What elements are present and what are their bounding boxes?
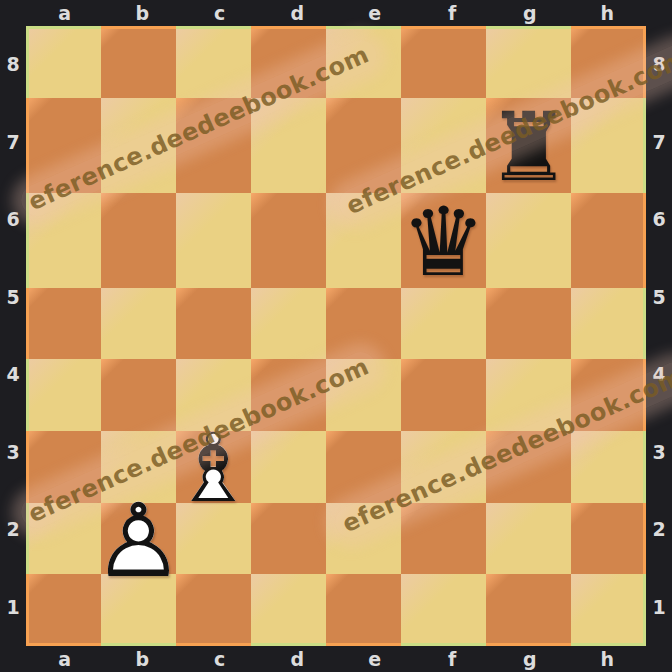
square-h5 — [571, 288, 646, 360]
file-label: e — [336, 646, 414, 672]
file-label: b — [104, 646, 182, 672]
square-g2 — [486, 503, 571, 575]
square-h6 — [571, 193, 646, 288]
square-h7 — [571, 98, 646, 193]
square-c1 — [176, 574, 251, 646]
square-d7 — [251, 98, 326, 193]
square-a6 — [26, 193, 101, 288]
square-g1 — [486, 574, 571, 646]
white-bishop-c3: ♝♗ — [176, 433, 251, 505]
square-d4 — [251, 359, 326, 431]
square-d8 — [251, 26, 326, 98]
white-pawn-b2: ♟♙ — [101, 505, 176, 577]
square-b7 — [101, 98, 176, 193]
chessboard-diagram: a b c d e f g h 8 7 6 5 4 3 2 1 8 7 6 5 … — [0, 0, 672, 672]
file-label: h — [569, 0, 647, 26]
file-label: c — [181, 0, 259, 26]
file-label: a — [26, 0, 104, 26]
square-a1 — [26, 574, 101, 646]
square-h1 — [571, 574, 646, 646]
square-e6 — [326, 193, 401, 288]
square-h2 — [571, 503, 646, 575]
file-label: d — [259, 0, 337, 26]
rank-label: 5 — [0, 259, 26, 337]
square-f1 — [401, 574, 486, 646]
black-queen-f6: ♛ — [401, 195, 486, 290]
square-e8 — [326, 26, 401, 98]
file-label: g — [491, 646, 569, 672]
square-h4 — [571, 359, 646, 431]
square-b2: ♟♙ — [101, 503, 176, 575]
square-g7: ♜ — [486, 98, 571, 193]
file-label: f — [414, 0, 492, 26]
file-labels-bottom: a b c d e f g h — [26, 646, 646, 672]
rank-labels-right: 8 7 6 5 4 3 2 1 — [646, 26, 672, 646]
file-label: b — [104, 0, 182, 26]
rank-label: 1 — [646, 569, 672, 647]
rank-label: 6 — [646, 181, 672, 259]
square-f5 — [401, 288, 486, 360]
file-labels-top: a b c d e f g h — [26, 0, 646, 26]
square-c5 — [176, 288, 251, 360]
square-g4 — [486, 359, 571, 431]
file-label: g — [491, 0, 569, 26]
square-e7 — [326, 98, 401, 193]
square-d6 — [251, 193, 326, 288]
square-h3 — [571, 431, 646, 503]
square-e4 — [326, 359, 401, 431]
square-g3 — [486, 431, 571, 503]
square-f8 — [401, 26, 486, 98]
square-b4 — [101, 359, 176, 431]
file-label: e — [336, 0, 414, 26]
file-label: f — [414, 646, 492, 672]
rank-label: 4 — [0, 336, 26, 414]
rank-label: 5 — [646, 259, 672, 337]
black-rook-g7: ♜ — [486, 100, 571, 195]
square-a7 — [26, 98, 101, 193]
square-c7 — [176, 98, 251, 193]
rank-label: 6 — [0, 181, 26, 259]
piece-glyph-outline: ♗ — [176, 433, 251, 505]
square-b5 — [101, 288, 176, 360]
square-a4 — [26, 359, 101, 431]
square-d5 — [251, 288, 326, 360]
rank-label: 8 — [646, 26, 672, 104]
square-d1 — [251, 574, 326, 646]
square-e2 — [326, 503, 401, 575]
square-d3 — [251, 431, 326, 503]
square-f2 — [401, 503, 486, 575]
file-label: a — [26, 646, 104, 672]
square-e1 — [326, 574, 401, 646]
rank-label: 3 — [0, 414, 26, 492]
rank-label: 1 — [0, 569, 26, 647]
square-e5 — [326, 288, 401, 360]
board: ♜♛♝♗♟♙ — [26, 26, 646, 646]
file-label: d — [259, 646, 337, 672]
square-c8 — [176, 26, 251, 98]
square-f6: ♛ — [401, 193, 486, 288]
square-b8 — [101, 26, 176, 98]
square-g5 — [486, 288, 571, 360]
square-f7 — [401, 98, 486, 193]
square-f3 — [401, 431, 486, 503]
rank-label: 7 — [646, 104, 672, 182]
square-a3 — [26, 431, 101, 503]
file-label: c — [181, 646, 259, 672]
piece-glyph-outline: ♙ — [101, 505, 176, 577]
rank-label: 4 — [646, 336, 672, 414]
square-g6 — [486, 193, 571, 288]
square-d2 — [251, 503, 326, 575]
rank-label: 8 — [0, 26, 26, 104]
square-b6 — [101, 193, 176, 288]
square-h8 — [571, 26, 646, 98]
rank-label: 2 — [0, 491, 26, 569]
square-a2 — [26, 503, 101, 575]
square-e3 — [326, 431, 401, 503]
rank-label: 2 — [646, 491, 672, 569]
rank-label: 3 — [646, 414, 672, 492]
square-g8 — [486, 26, 571, 98]
file-label: h — [569, 646, 647, 672]
rank-labels-left: 8 7 6 5 4 3 2 1 — [0, 26, 26, 646]
square-a8 — [26, 26, 101, 98]
rank-label: 7 — [0, 104, 26, 182]
square-c3: ♝♗ — [176, 431, 251, 503]
square-c6 — [176, 193, 251, 288]
square-a5 — [26, 288, 101, 360]
square-f4 — [401, 359, 486, 431]
